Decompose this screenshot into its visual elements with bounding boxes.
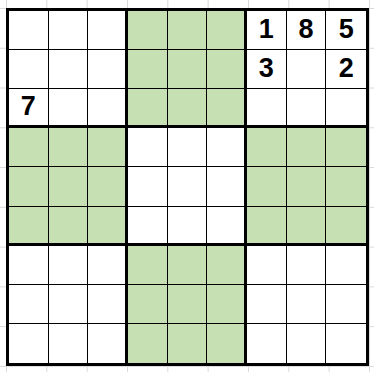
cell-r8c5[interactable]: [168, 285, 208, 324]
cell-r2c2[interactable]: [49, 50, 89, 89]
cell-r7c9[interactable]: [326, 246, 366, 285]
cell-r6c5[interactable]: [168, 207, 208, 246]
cell-r9c5[interactable]: [168, 324, 208, 363]
cell-r3c4[interactable]: [128, 89, 168, 128]
cell-r8c4[interactable]: [128, 285, 168, 324]
cell-r3c2[interactable]: [49, 89, 89, 128]
cell-r6c4[interactable]: [128, 207, 168, 246]
cell-r9c8[interactable]: [287, 324, 327, 363]
cell-r7c5[interactable]: [168, 246, 208, 285]
cell-r5c3[interactable]: [88, 167, 128, 206]
cell-r5c5[interactable]: [168, 167, 208, 206]
cell-r1c1[interactable]: [9, 11, 49, 50]
cell-r2c3[interactable]: [88, 50, 128, 89]
cell-r9c2[interactable]: [49, 324, 89, 363]
cell-r3c3[interactable]: [88, 89, 128, 128]
cell-r7c2[interactable]: [49, 246, 89, 285]
cell-r7c3[interactable]: [88, 246, 128, 285]
cell-r5c2[interactable]: [49, 167, 89, 206]
cell-r1c9[interactable]: 5: [326, 11, 366, 50]
cell-r6c7[interactable]: [247, 207, 287, 246]
cell-r5c4[interactable]: [128, 167, 168, 206]
cell-r6c6[interactable]: [207, 207, 247, 246]
cell-r3c9[interactable]: [326, 89, 366, 128]
cell-r1c5[interactable]: [168, 11, 208, 50]
cell-r4c8[interactable]: [287, 128, 327, 167]
cell-r4c6[interactable]: [207, 128, 247, 167]
cell-r2c8[interactable]: [287, 50, 327, 89]
cell-r9c6[interactable]: [207, 324, 247, 363]
cell-r4c3[interactable]: [88, 128, 128, 167]
cell-r8c2[interactable]: [49, 285, 89, 324]
cell-r9c1[interactable]: [9, 324, 49, 363]
cell-r6c9[interactable]: [326, 207, 366, 246]
cell-r8c8[interactable]: [287, 285, 327, 324]
cell-r1c7[interactable]: 1: [247, 11, 287, 50]
cell-r2c5[interactable]: [168, 50, 208, 89]
cell-r3c8[interactable]: [287, 89, 327, 128]
cell-r3c5[interactable]: [168, 89, 208, 128]
cell-r8c7[interactable]: [247, 285, 287, 324]
cell-r2c6[interactable]: [207, 50, 247, 89]
cell-r1c6[interactable]: [207, 11, 247, 50]
cell-r8c3[interactable]: [88, 285, 128, 324]
cell-r5c9[interactable]: [326, 167, 366, 206]
cell-r3c7[interactable]: [247, 89, 287, 128]
cell-r9c4[interactable]: [128, 324, 168, 363]
cell-r3c1[interactable]: 7: [9, 89, 49, 128]
cell-r8c1[interactable]: [9, 285, 49, 324]
cell-r8c6[interactable]: [207, 285, 247, 324]
cell-r7c6[interactable]: [207, 246, 247, 285]
cell-r9c9[interactable]: [326, 324, 366, 363]
cell-r4c7[interactable]: [247, 128, 287, 167]
cell-r5c7[interactable]: [247, 167, 287, 206]
cell-r1c8[interactable]: 8: [287, 11, 327, 50]
cell-r9c7[interactable]: [247, 324, 287, 363]
cell-r4c4[interactable]: [128, 128, 168, 167]
cell-r7c1[interactable]: [9, 246, 49, 285]
spreadsheet-background: 185327: [0, 0, 374, 372]
cell-r1c2[interactable]: [49, 11, 89, 50]
cell-r7c4[interactable]: [128, 246, 168, 285]
cell-r1c4[interactable]: [128, 11, 168, 50]
cell-r7c8[interactable]: [287, 246, 327, 285]
cell-r3c6[interactable]: [207, 89, 247, 128]
cell-r4c9[interactable]: [326, 128, 366, 167]
cell-r2c7[interactable]: 3: [247, 50, 287, 89]
cell-r5c6[interactable]: [207, 167, 247, 206]
cell-r5c8[interactable]: [287, 167, 327, 206]
cell-r4c2[interactable]: [49, 128, 89, 167]
cell-r2c4[interactable]: [128, 50, 168, 89]
cell-r5c1[interactable]: [9, 167, 49, 206]
cell-r6c3[interactable]: [88, 207, 128, 246]
cell-r9c3[interactable]: [88, 324, 128, 363]
cell-r2c9[interactable]: 2: [326, 50, 366, 89]
cell-r6c2[interactable]: [49, 207, 89, 246]
cell-r7c7[interactable]: [247, 246, 287, 285]
cell-r6c8[interactable]: [287, 207, 327, 246]
cell-r6c1[interactable]: [9, 207, 49, 246]
cell-r4c1[interactable]: [9, 128, 49, 167]
cell-r8c9[interactable]: [326, 285, 366, 324]
cell-r4c5[interactable]: [168, 128, 208, 167]
cell-r2c1[interactable]: [9, 50, 49, 89]
cell-r1c3[interactable]: [88, 11, 128, 50]
sudoku-board: 185327: [6, 8, 369, 366]
